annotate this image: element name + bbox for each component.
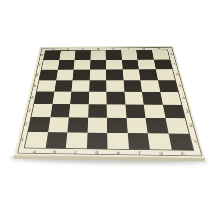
square-g7[interactable] (137, 59, 155, 69)
square-d6[interactable] (89, 69, 106, 80)
coord-rank-right-4: 4 (182, 96, 186, 99)
square-d2[interactable] (87, 118, 107, 133)
coord-file-bottom-e: e (116, 150, 120, 155)
square-h2[interactable] (165, 118, 189, 133)
square-h1[interactable] (168, 133, 193, 150)
square-h8[interactable] (152, 50, 170, 59)
square-a4[interactable] (34, 92, 54, 104)
coord-file-top-f: f (128, 47, 130, 49)
square-e3[interactable] (107, 104, 127, 118)
square-e7[interactable] (106, 60, 123, 70)
coord-file-bottom-b: b (53, 149, 57, 154)
coord-rank-right-8: 8 (170, 53, 173, 56)
coord-file-bottom-d: d (95, 150, 99, 155)
square-e4[interactable] (106, 92, 125, 105)
square-c8[interactable] (75, 50, 91, 59)
coord-file-top-g: g (142, 47, 145, 49)
square-h3[interactable] (162, 104, 184, 118)
square-f8[interactable] (121, 50, 138, 59)
board-coordinates: aabbccddeeffgghh8877665544332211 (40, 46, 173, 47)
coord-file-top-c: c (82, 48, 84, 50)
square-a8[interactable] (44, 51, 61, 60)
board-grid (24, 50, 194, 151)
coord-file-top-a: a (52, 48, 55, 50)
square-a3[interactable] (31, 104, 52, 117)
square-b7[interactable] (58, 60, 75, 70)
square-a7[interactable] (42, 60, 59, 70)
square-b4[interactable] (52, 92, 71, 104)
square-h5[interactable] (158, 80, 178, 92)
square-c7[interactable] (74, 60, 91, 70)
square-f6[interactable] (122, 69, 140, 80)
square-d8[interactable] (90, 50, 106, 59)
square-d4[interactable] (88, 92, 106, 105)
square-f5[interactable] (123, 80, 142, 92)
square-f2[interactable] (126, 118, 147, 133)
square-b1[interactable] (45, 132, 67, 148)
coord-rank-right-5: 5 (178, 84, 182, 87)
square-c4[interactable] (70, 92, 89, 104)
coord-file-bottom-a: a (32, 149, 36, 154)
square-d3[interactable] (88, 104, 107, 118)
square-d7[interactable] (90, 60, 106, 70)
square-e8[interactable] (106, 50, 122, 59)
coord-file-top-e: e (112, 47, 115, 49)
coord-rank-left-4: 4 (30, 96, 34, 99)
square-e2[interactable] (107, 118, 127, 133)
square-b5[interactable] (54, 80, 72, 91)
coord-file-bottom-g: g (159, 151, 163, 156)
square-c3[interactable] (69, 104, 88, 118)
coord-rank-right-2: 2 (189, 124, 194, 128)
square-a5[interactable] (37, 80, 56, 91)
coord-file-bottom-h: h (181, 151, 186, 156)
photo-canvas: aabbccddeeffgghh8877665544332211 (0, 0, 220, 220)
coord-file-bottom-f: f (138, 151, 141, 156)
coord-rank-right-7: 7 (173, 63, 177, 66)
square-f7[interactable] (122, 59, 139, 69)
square-c1[interactable] (66, 132, 87, 148)
coord-file-top-d: d (97, 48, 100, 50)
coord-rank-left-6: 6 (36, 73, 39, 76)
square-d1[interactable] (87, 132, 108, 148)
coord-rank-left-7: 7 (38, 63, 41, 66)
square-b6[interactable] (56, 70, 74, 81)
chessboard: aabbccddeeffgghh8877665544332211 (14, 46, 205, 158)
square-e1[interactable] (107, 133, 128, 150)
square-a2[interactable] (28, 117, 50, 132)
square-g8[interactable] (136, 50, 153, 59)
square-c6[interactable] (73, 70, 90, 81)
square-f3[interactable] (125, 104, 145, 118)
coord-file-top-b: b (67, 48, 70, 50)
square-b2[interactable] (48, 117, 69, 132)
square-e5[interactable] (106, 80, 124, 92)
coord-rank-right-3: 3 (185, 109, 189, 113)
coord-rank-left-5: 5 (33, 84, 37, 87)
square-e6[interactable] (106, 69, 123, 80)
square-f4[interactable] (124, 92, 144, 105)
square-h6[interactable] (155, 69, 175, 80)
coord-rank-left-2: 2 (24, 122, 28, 126)
square-c5[interactable] (71, 80, 89, 91)
square-f1[interactable] (127, 133, 150, 150)
coord-rank-right-6: 6 (176, 73, 180, 76)
square-c2[interactable] (67, 117, 87, 132)
square-h4[interactable] (160, 92, 181, 105)
coord-rank-right-1: 1 (193, 139, 198, 143)
coord-rank-left-8: 8 (40, 54, 43, 56)
coord-rank-left-1: 1 (20, 137, 24, 141)
coord-file-bottom-c: c (74, 150, 77, 155)
square-d5[interactable] (89, 80, 107, 92)
square-b8[interactable] (59, 51, 75, 60)
square-h7[interactable] (153, 59, 172, 69)
coord-rank-left-3: 3 (27, 109, 31, 113)
square-b3[interactable] (50, 104, 70, 118)
coord-file-top-h: h (157, 47, 160, 49)
square-a6[interactable] (39, 70, 57, 81)
square-a1[interactable] (25, 132, 48, 148)
